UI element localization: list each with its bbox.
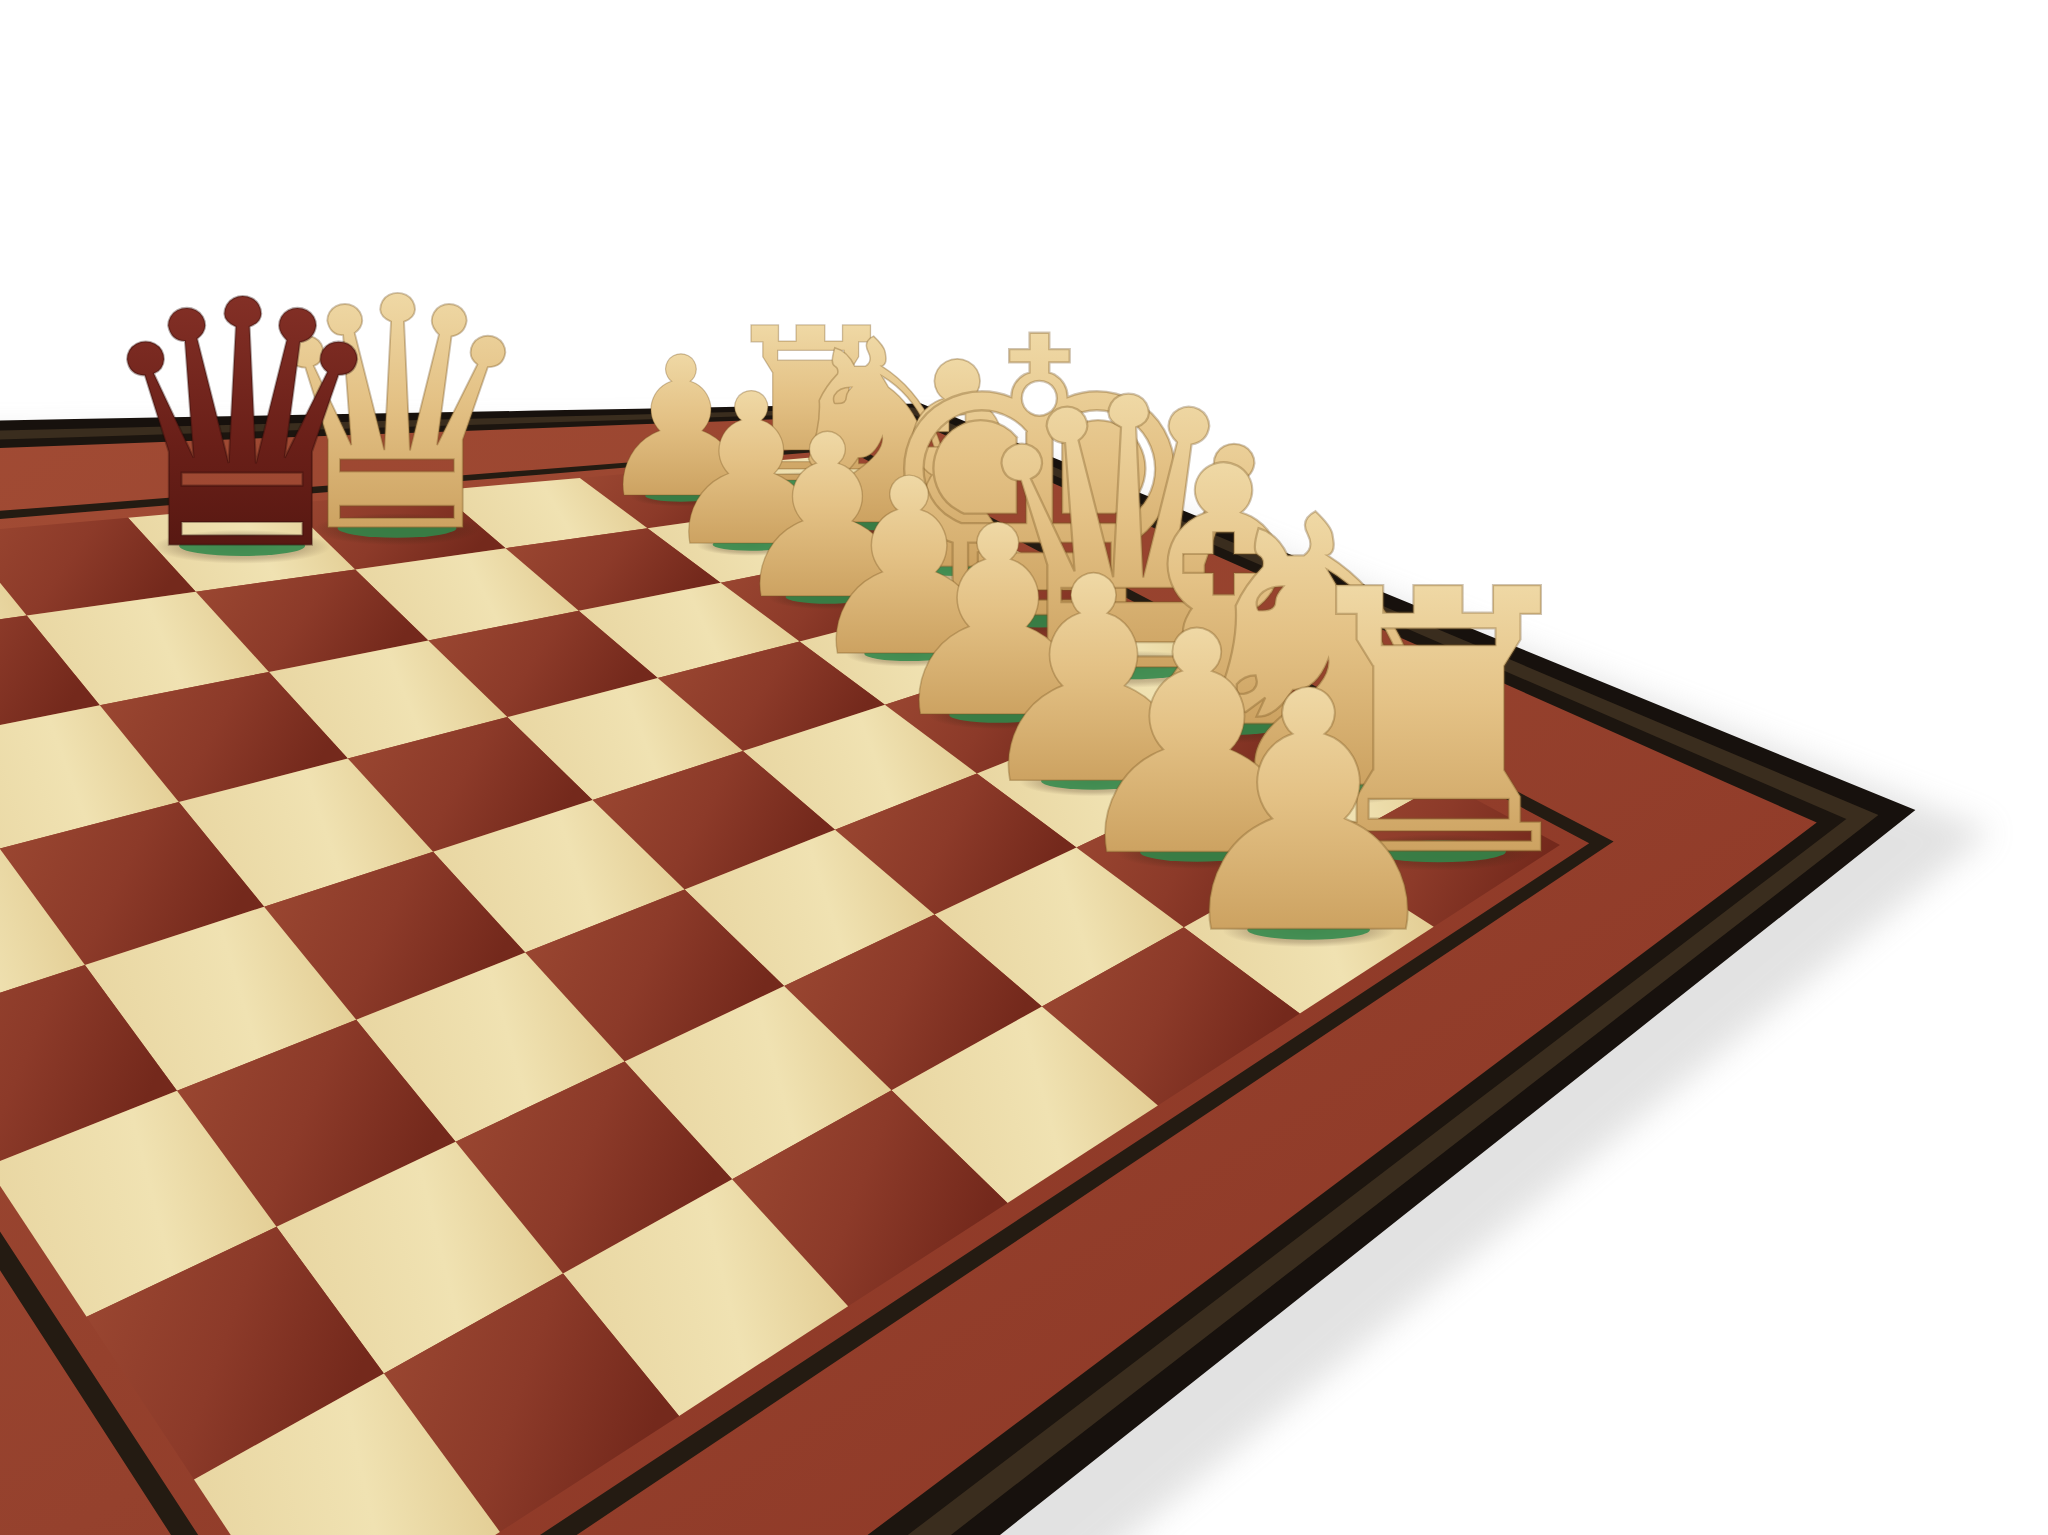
- chessboard-scene: ♜♟♞♛♟♛♝♟♚♟♛♟♝♟♞♜♟♟: [0, 0, 2048, 1535]
- piece-white-pawn-a2[interactable]: ♟: [1160, 621, 1457, 1007]
- photo-stage: ♜♟♞♛♟♛♝♟♚♟♛♟♝♟♞♜♟♟: [0, 0, 2048, 1535]
- piece-red-queen-h5[interactable]: ♛: [90, 229, 395, 625]
